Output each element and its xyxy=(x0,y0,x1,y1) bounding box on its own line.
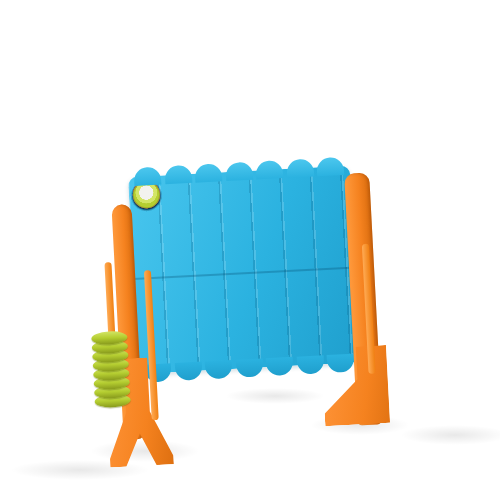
board-scallop xyxy=(296,355,324,374)
board-scallop xyxy=(235,358,263,377)
board-scallop xyxy=(194,163,222,182)
board-scallop xyxy=(134,166,162,185)
board-scallop xyxy=(255,160,283,179)
board-scallop xyxy=(164,165,192,184)
board-scallop xyxy=(266,357,294,376)
product-photo-scene xyxy=(0,0,500,500)
board-scallop xyxy=(205,360,233,379)
connect-four-set xyxy=(85,153,401,478)
green-ring-stack xyxy=(90,316,131,408)
board-scallop xyxy=(286,159,314,178)
floor-shadow xyxy=(400,425,500,445)
board-scallop xyxy=(327,354,355,373)
board-scallop xyxy=(316,157,344,176)
board-scallop xyxy=(225,162,253,181)
pink-ring-stack xyxy=(131,319,172,416)
board-scallop xyxy=(174,362,202,381)
pink-ring-stack xyxy=(350,281,391,373)
